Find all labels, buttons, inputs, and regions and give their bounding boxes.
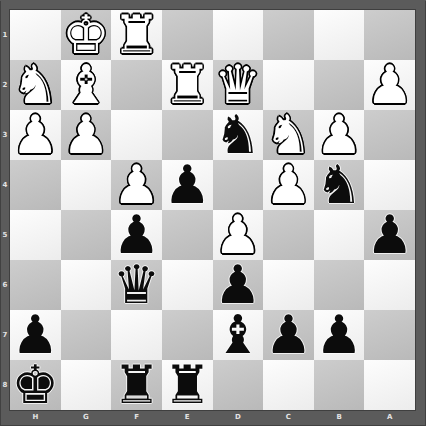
square-a5[interactable]: ♟ — [364, 210, 415, 260]
square-f6[interactable]: ♛ — [111, 260, 162, 310]
file-label-g: G — [61, 410, 112, 424]
white-pawn[interactable]: ♟ — [364, 60, 415, 110]
square-f4[interactable]: ♟ — [111, 160, 162, 210]
rank-label-5: 5 — [0, 210, 10, 260]
square-b4[interactable]: ♞ — [314, 160, 365, 210]
white-pawn[interactable]: ♟ — [111, 160, 162, 210]
square-a8[interactable] — [364, 360, 415, 410]
file-labels: HGFEDCBA — [10, 410, 415, 424]
square-d2[interactable]: ♛ — [213, 60, 264, 110]
square-b8[interactable] — [314, 360, 365, 410]
white-queen[interactable]: ♛ — [213, 60, 264, 110]
square-g4[interactable] — [61, 160, 112, 210]
square-f5[interactable]: ♟ — [111, 210, 162, 260]
rank-label-8: 8 — [0, 360, 10, 410]
square-g7[interactable] — [61, 310, 112, 360]
square-h3[interactable]: ♟ — [10, 110, 61, 160]
square-a6[interactable] — [364, 260, 415, 310]
square-e3[interactable] — [162, 110, 213, 160]
square-a2[interactable]: ♟ — [364, 60, 415, 110]
black-pawn[interactable]: ♟ — [364, 210, 415, 260]
square-d5[interactable]: ♟ — [213, 210, 264, 260]
square-d8[interactable] — [213, 360, 264, 410]
black-pawn[interactable]: ♟ — [111, 210, 162, 260]
square-d4[interactable] — [213, 160, 264, 210]
square-e7[interactable] — [162, 310, 213, 360]
square-h6[interactable] — [10, 260, 61, 310]
rank-label-2: 2 — [0, 60, 10, 110]
black-pawn[interactable]: ♟ — [263, 310, 314, 360]
square-a7[interactable] — [364, 310, 415, 360]
file-label-d: D — [213, 410, 264, 424]
square-c6[interactable] — [263, 260, 314, 310]
square-c3[interactable]: ♞ — [263, 110, 314, 160]
square-a3[interactable] — [364, 110, 415, 160]
square-f2[interactable] — [111, 60, 162, 110]
file-label-c: C — [263, 410, 314, 424]
square-g8[interactable] — [61, 360, 112, 410]
square-f1[interactable]: ♜ — [111, 10, 162, 60]
file-label-a: A — [364, 410, 415, 424]
chessboard-frame: 12345678 HGFEDCBA ♚♜♞♝♜♛♟♟♟♞♞♟♟♟♟♞♟♟♟♛♟♟… — [0, 0, 426, 426]
square-f8[interactable]: ♜ — [111, 360, 162, 410]
square-e1[interactable] — [162, 10, 213, 60]
rank-labels: 12345678 — [0, 10, 10, 410]
black-pawn[interactable]: ♟ — [314, 310, 365, 360]
square-h1[interactable] — [10, 10, 61, 60]
square-e2[interactable]: ♜ — [162, 60, 213, 110]
square-b7[interactable]: ♟ — [314, 310, 365, 360]
square-b5[interactable] — [314, 210, 365, 260]
square-d1[interactable] — [213, 10, 264, 60]
square-b3[interactable]: ♟ — [314, 110, 365, 160]
rank-label-1: 1 — [0, 10, 10, 60]
square-h2[interactable]: ♞ — [10, 60, 61, 110]
rank-label-7: 7 — [0, 310, 10, 360]
square-a4[interactable] — [364, 160, 415, 210]
square-d7[interactable]: ♝ — [213, 310, 264, 360]
black-queen[interactable]: ♛ — [111, 260, 162, 310]
square-b6[interactable] — [314, 260, 365, 310]
black-knight[interactable]: ♞ — [314, 160, 365, 210]
white-pawn[interactable]: ♟ — [263, 160, 314, 210]
square-g3[interactable]: ♟ — [61, 110, 112, 160]
white-king[interactable]: ♚ — [61, 10, 112, 60]
square-g2[interactable]: ♝ — [61, 60, 112, 110]
square-g5[interactable] — [61, 210, 112, 260]
square-h8[interactable]: ♚ — [10, 360, 61, 410]
white-rook[interactable]: ♜ — [162, 60, 213, 110]
black-bishop[interactable]: ♝ — [213, 310, 264, 360]
square-e4[interactable]: ♟ — [162, 160, 213, 210]
black-rook[interactable]: ♜ — [111, 360, 162, 410]
square-c2[interactable] — [263, 60, 314, 110]
white-knight[interactable]: ♞ — [10, 60, 61, 110]
square-h4[interactable] — [10, 160, 61, 210]
square-f7[interactable] — [111, 310, 162, 360]
square-b1[interactable] — [314, 10, 365, 60]
square-d3[interactable]: ♞ — [213, 110, 264, 160]
square-h5[interactable] — [10, 210, 61, 260]
square-c1[interactable] — [263, 10, 314, 60]
rank-label-3: 3 — [0, 110, 10, 160]
white-pawn[interactable]: ♟ — [10, 110, 61, 160]
rank-label-4: 4 — [0, 160, 10, 210]
square-d6[interactable]: ♟ — [213, 260, 264, 310]
square-g6[interactable] — [61, 260, 112, 310]
black-pawn[interactable]: ♟ — [162, 160, 213, 210]
black-pawn[interactable]: ♟ — [10, 310, 61, 360]
white-pawn[interactable]: ♟ — [314, 110, 365, 160]
white-bishop[interactable]: ♝ — [61, 60, 112, 110]
black-knight[interactable]: ♞ — [213, 110, 264, 160]
square-g1[interactable]: ♚ — [61, 10, 112, 60]
square-h7[interactable]: ♟ — [10, 310, 61, 360]
white-pawn[interactable]: ♟ — [213, 210, 264, 260]
square-f3[interactable] — [111, 110, 162, 160]
square-c4[interactable]: ♟ — [263, 160, 314, 210]
white-pawn[interactable]: ♟ — [61, 110, 112, 160]
square-e8[interactable]: ♜ — [162, 360, 213, 410]
square-e6[interactable] — [162, 260, 213, 310]
square-a1[interactable] — [364, 10, 415, 60]
white-rook[interactable]: ♜ — [111, 10, 162, 60]
rank-label-6: 6 — [0, 260, 10, 310]
square-c7[interactable]: ♟ — [263, 310, 314, 360]
white-knight[interactable]: ♞ — [263, 110, 314, 160]
square-c8[interactable] — [263, 360, 314, 410]
square-b2[interactable] — [314, 60, 365, 110]
chessboard[interactable]: ♚♜♞♝♜♛♟♟♟♞♞♟♟♟♟♞♟♟♟♛♟♟♝♟♟♚♜♜ — [10, 10, 415, 410]
black-pawn[interactable]: ♟ — [213, 260, 264, 310]
square-e5[interactable] — [162, 210, 213, 260]
file-label-b: B — [314, 410, 365, 424]
black-rook[interactable]: ♜ — [162, 360, 213, 410]
black-king[interactable]: ♚ — [10, 360, 61, 410]
square-c5[interactable] — [263, 210, 314, 260]
